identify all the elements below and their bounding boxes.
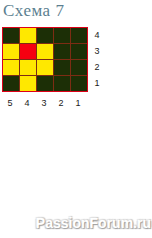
grid-cell-r1-c1 — [71, 76, 87, 91]
grid-cell-r4-c2 — [54, 28, 70, 43]
scheme-title: Схема 7 — [3, 1, 64, 21]
grid-cell-r2-c2 — [54, 60, 70, 75]
grid-cell-r3-c2 — [54, 44, 70, 59]
board-grid — [2, 27, 88, 92]
grid-cell-r2-c1 — [71, 60, 87, 75]
col-label: 2 — [53, 98, 69, 108]
grid-cell-r3-c1 — [71, 44, 87, 59]
grid-cell-r1-c5 — [3, 76, 19, 91]
grid-cell-r2-c4 — [20, 60, 36, 75]
col-label: 1 — [70, 98, 86, 108]
grid-cell-r3-c5 — [3, 44, 19, 59]
scheme-page: Схема 7 4321 54321 PassionForum.ru — [0, 0, 152, 238]
grid-cell-r2-c5 — [3, 60, 19, 75]
row-label: 2 — [91, 59, 103, 75]
col-labels: 54321 — [2, 98, 88, 108]
grid-cell-r4-c3 — [37, 28, 53, 43]
grid-cell-r4-c5 — [3, 28, 19, 43]
row-label: 4 — [91, 27, 103, 43]
grid-cell-r4-c1 — [71, 28, 87, 43]
grid-cell-r1-c2 — [54, 76, 70, 91]
row-label: 1 — [91, 75, 103, 91]
grid-cell-r1-c4 — [20, 76, 36, 91]
row-labels: 4321 — [91, 27, 103, 91]
grid-cell-r4-c4 — [20, 28, 36, 43]
grid-cell-r3-c4 — [20, 44, 36, 59]
row-label: 3 — [91, 43, 103, 59]
col-label: 5 — [2, 98, 18, 108]
grid-cell-r3-c3 — [37, 44, 53, 59]
col-label: 3 — [36, 98, 52, 108]
col-label: 4 — [19, 98, 35, 108]
grid-cell-r1-c3 — [37, 76, 53, 91]
watermark-text: PassionForum.ru — [36, 215, 151, 231]
grid-cell-r2-c3 — [37, 60, 53, 75]
